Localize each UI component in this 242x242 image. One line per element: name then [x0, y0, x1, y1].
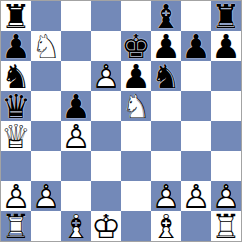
white-pawn-fill: ♟	[151, 181, 181, 211]
white-pawn-glyph: ♙	[91, 61, 121, 91]
white-bishop-fill: ♝	[151, 211, 181, 241]
square-e3[interactable]	[121, 151, 151, 181]
black-pawn-icon: ♟	[121, 61, 151, 91]
square-a4[interactable]: ♛♕	[1, 121, 31, 151]
white-pawn-icon: ♟♙	[211, 181, 241, 211]
square-e8[interactable]	[121, 1, 151, 31]
square-e6[interactable]: ♟	[121, 61, 151, 91]
black-pawn-glyph: ♟	[181, 31, 211, 61]
square-h5[interactable]	[211, 91, 241, 121]
square-e7[interactable]: ♚	[121, 31, 151, 61]
square-g3[interactable]	[181, 151, 211, 181]
white-pawn-glyph: ♙	[1, 181, 31, 211]
square-d1[interactable]: ♚♔	[91, 211, 121, 241]
square-h4[interactable]	[211, 121, 241, 151]
black-pawn-glyph: ♟	[121, 61, 151, 91]
black-king-glyph: ♚	[121, 31, 151, 61]
white-bishop-icon: ♝♗	[61, 211, 91, 241]
square-b4[interactable]	[31, 121, 61, 151]
square-c2[interactable]	[61, 181, 91, 211]
white-rook-fill: ♜	[211, 211, 241, 241]
square-f4[interactable]	[151, 121, 181, 151]
square-b7[interactable]: ♞♘	[31, 31, 61, 61]
square-b3[interactable]	[31, 151, 61, 181]
square-b6[interactable]	[31, 61, 61, 91]
black-rook-icon: ♜	[1, 1, 31, 31]
white-knight-glyph: ♘	[121, 91, 151, 121]
white-pawn-glyph: ♙	[181, 181, 211, 211]
square-d4[interactable]	[91, 121, 121, 151]
square-h3[interactable]	[211, 151, 241, 181]
square-a1[interactable]: ♜♖	[1, 211, 31, 241]
black-knight-glyph: ♞	[151, 61, 181, 91]
white-bishop-glyph: ♗	[61, 211, 91, 241]
square-h6[interactable]	[211, 61, 241, 91]
square-f2[interactable]: ♟♙	[151, 181, 181, 211]
square-c7[interactable]	[61, 31, 91, 61]
square-d5[interactable]	[91, 91, 121, 121]
square-g4[interactable]	[181, 121, 211, 151]
white-king-glyph: ♔	[91, 211, 121, 241]
white-rook-icon: ♜♖	[1, 211, 31, 241]
square-c6[interactable]	[61, 61, 91, 91]
square-d8[interactable]	[91, 1, 121, 31]
square-d2[interactable]	[91, 181, 121, 211]
square-e4[interactable]	[121, 121, 151, 151]
square-a5[interactable]: ♛	[1, 91, 31, 121]
square-a8[interactable]: ♜	[1, 1, 31, 31]
black-rook-glyph: ♜	[1, 1, 31, 31]
square-h7[interactable]: ♟	[211, 31, 241, 61]
white-queen-fill: ♛	[1, 121, 31, 151]
black-bishop-glyph: ♝	[151, 1, 181, 31]
square-b1[interactable]	[31, 211, 61, 241]
white-knight-fill: ♞	[31, 31, 61, 61]
white-bishop-fill: ♝	[61, 211, 91, 241]
chess-board-container: ♜♝♜♟♞♘♚♟♟♟♞♟♙♟♞♛♟♞♘♛♕♟♙♟♙♟♙♟♙♟♙♟♙♜♖♝♗♚♔♝…	[0, 0, 242, 242]
square-f6[interactable]: ♞	[151, 61, 181, 91]
white-pawn-fill: ♟	[91, 61, 121, 91]
square-h1[interactable]: ♜♖	[211, 211, 241, 241]
black-queen-icon: ♛	[1, 91, 31, 121]
white-pawn-icon: ♟♙	[151, 181, 181, 211]
chess-board: ♜♝♜♟♞♘♚♟♟♟♞♟♙♟♞♛♟♞♘♛♕♟♙♟♙♟♙♟♙♟♙♟♙♜♖♝♗♚♔♝…	[0, 0, 242, 242]
black-bishop-icon: ♝	[151, 1, 181, 31]
white-pawn-icon: ♟♙	[61, 121, 91, 151]
black-pawn-icon: ♟	[211, 31, 241, 61]
black-pawn-glyph: ♟	[1, 31, 31, 61]
white-knight-glyph: ♘	[31, 31, 61, 61]
square-c8[interactable]	[61, 1, 91, 31]
square-f7[interactable]: ♟	[151, 31, 181, 61]
black-knight-icon: ♞	[151, 61, 181, 91]
white-pawn-icon: ♟♙	[91, 61, 121, 91]
square-e2[interactable]	[121, 181, 151, 211]
black-queen-glyph: ♛	[1, 91, 31, 121]
white-pawn-fill: ♟	[1, 181, 31, 211]
white-pawn-fill: ♟	[181, 181, 211, 211]
black-knight-glyph: ♞	[1, 61, 31, 91]
square-f8[interactable]: ♝	[151, 1, 181, 31]
square-d3[interactable]	[91, 151, 121, 181]
square-f5[interactable]	[151, 91, 181, 121]
square-c5[interactable]: ♟	[61, 91, 91, 121]
square-a6[interactable]: ♞	[1, 61, 31, 91]
square-a3[interactable]	[1, 151, 31, 181]
white-queen-icon: ♛♕	[1, 121, 31, 151]
black-king-icon: ♚	[121, 31, 151, 61]
black-pawn-icon: ♟	[61, 91, 91, 121]
square-g1[interactable]	[181, 211, 211, 241]
square-g7[interactable]: ♟	[181, 31, 211, 61]
white-rook-glyph: ♖	[1, 211, 31, 241]
white-bishop-glyph: ♗	[151, 211, 181, 241]
black-rook-glyph: ♜	[211, 1, 241, 31]
black-pawn-glyph: ♟	[61, 91, 91, 121]
white-king-icon: ♚♔	[91, 211, 121, 241]
square-c4[interactable]: ♟♙	[61, 121, 91, 151]
white-pawn-glyph: ♙	[61, 121, 91, 151]
white-king-fill: ♚	[91, 211, 121, 241]
square-g5[interactable]	[181, 91, 211, 121]
white-pawn-fill: ♟	[211, 181, 241, 211]
black-pawn-icon: ♟	[151, 31, 181, 61]
white-pawn-icon: ♟♙	[1, 181, 31, 211]
white-pawn-fill: ♟	[61, 121, 91, 151]
square-b5[interactable]	[31, 91, 61, 121]
square-g6[interactable]	[181, 61, 211, 91]
black-pawn-icon: ♟	[181, 31, 211, 61]
white-bishop-icon: ♝♗	[151, 211, 181, 241]
white-rook-fill: ♜	[1, 211, 31, 241]
square-g2[interactable]: ♟♙	[181, 181, 211, 211]
white-pawn-glyph: ♙	[151, 181, 181, 211]
white-pawn-icon: ♟♙	[31, 181, 61, 211]
black-pawn-glyph: ♟	[211, 31, 241, 61]
square-e5[interactable]: ♞♘	[121, 91, 151, 121]
white-queen-glyph: ♕	[1, 121, 31, 151]
square-b8[interactable]	[31, 1, 61, 31]
square-b2[interactable]: ♟♙	[31, 181, 61, 211]
white-knight-icon: ♞♘	[121, 91, 151, 121]
white-pawn-glyph: ♙	[211, 181, 241, 211]
black-pawn-glyph: ♟	[151, 31, 181, 61]
white-pawn-glyph: ♙	[31, 181, 61, 211]
black-pawn-icon: ♟	[1, 31, 31, 61]
white-rook-icon: ♜♖	[211, 211, 241, 241]
black-knight-icon: ♞	[1, 61, 31, 91]
white-knight-fill: ♞	[121, 91, 151, 121]
black-rook-icon: ♜	[211, 1, 241, 31]
white-pawn-icon: ♟♙	[181, 181, 211, 211]
square-f3[interactable]	[151, 151, 181, 181]
white-pawn-fill: ♟	[31, 181, 61, 211]
square-f1[interactable]: ♝♗	[151, 211, 181, 241]
white-rook-glyph: ♖	[211, 211, 241, 241]
square-d7[interactable]	[91, 31, 121, 61]
square-c3[interactable]	[61, 151, 91, 181]
square-d6[interactable]: ♟♙	[91, 61, 121, 91]
square-h8[interactable]: ♜	[211, 1, 241, 31]
square-a7[interactable]: ♟	[1, 31, 31, 61]
square-a2[interactable]: ♟♙	[1, 181, 31, 211]
square-h2[interactable]: ♟♙	[211, 181, 241, 211]
square-g8[interactable]	[181, 1, 211, 31]
square-e1[interactable]	[121, 211, 151, 241]
white-knight-icon: ♞♘	[31, 31, 61, 61]
square-c1[interactable]: ♝♗	[61, 211, 91, 241]
